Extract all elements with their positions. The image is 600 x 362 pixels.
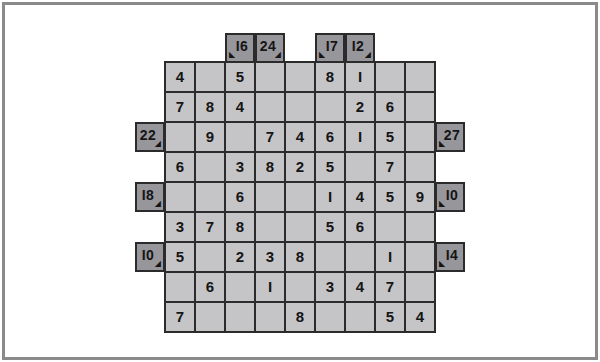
clue-value: 24: [260, 38, 277, 54]
clue-cell-right-14: I4◣: [435, 242, 465, 272]
grid-cell-r7c3: 2: [225, 242, 255, 272]
grid-cell-r1c3: 5: [225, 62, 255, 92]
grid-cell-r4c9[interactable]: [405, 152, 435, 182]
clue-cell-top-17: I7◣: [315, 33, 345, 63]
grid-cell-r9c8: 5: [375, 302, 405, 332]
grid-cell-r8c5[interactable]: [285, 272, 315, 302]
grid-cell-r7c9[interactable]: [405, 242, 435, 272]
grid-cell-r2c3: 4: [225, 92, 255, 122]
grid-cell-r4c2[interactable]: [195, 152, 225, 182]
clue-cell-right-10: I0◣: [435, 182, 465, 212]
grid-cell-r4c6: 5: [315, 152, 345, 182]
clue-cell-left-22: 22◢: [135, 122, 165, 152]
grid-cell-r7c4: 3: [255, 242, 285, 272]
clue-value: 22: [140, 127, 157, 143]
grid-cell-r7c1: 5: [165, 242, 195, 272]
grid-cell-r6c1: 3: [165, 212, 195, 242]
grid-cell-r4c7[interactable]: [345, 152, 375, 182]
clue-cell-left-18: I8◢: [135, 182, 165, 212]
grid-cell-r8c3[interactable]: [225, 272, 255, 302]
grid-cell-r2c4[interactable]: [255, 92, 285, 122]
clue-cell-top-24: 24◢: [255, 33, 285, 63]
grid-cell-r6c9[interactable]: [405, 212, 435, 242]
clue-cell-top-12: I2◢: [345, 33, 375, 63]
clue-cell-top-16: I6◣: [225, 33, 255, 63]
diagonal-down-left-icon: ◣: [439, 140, 445, 148]
grid-cell-r9c4[interactable]: [255, 302, 285, 332]
grid-cell-r2c7: 2: [345, 92, 375, 122]
diagonal-down-right-icon: ◢: [155, 140, 161, 148]
grid-cell-r1c9[interactable]: [405, 62, 435, 92]
diagonal-down-right-icon: ◢: [275, 51, 281, 59]
clue-value: I6: [236, 38, 249, 54]
grid-cell-r7c8: I: [375, 242, 405, 272]
diagonal-down-left-icon: ◣: [229, 51, 235, 59]
grid-cell-r6c3: 8: [225, 212, 255, 242]
grid-cell-r9c7[interactable]: [345, 302, 375, 332]
grid-cell-r5c4[interactable]: [255, 182, 285, 212]
grid-cell-r3c5: 4: [285, 122, 315, 152]
clue-cell-left-10: I0◢: [135, 242, 165, 272]
diagonal-down-right-icon: ◢: [155, 200, 161, 208]
grid-cell-r5c1[interactable]: [165, 182, 195, 212]
grid-cell-r2c8: 6: [375, 92, 405, 122]
grid-cell-r6c2: 7: [195, 212, 225, 242]
grid-cell-r9c3[interactable]: [225, 302, 255, 332]
grid-cell-r8c4: I: [255, 272, 285, 302]
diagonal-down-left-icon: ◣: [439, 260, 445, 268]
clue-value: I7: [326, 38, 339, 54]
grid-cell-r4c1: 6: [165, 152, 195, 182]
diagonal-down-right-icon: ◢: [155, 260, 161, 268]
grid-cell-r3c1[interactable]: [165, 122, 195, 152]
grid-cell-r8c1[interactable]: [165, 272, 195, 302]
grid-cell-r6c6: 5: [315, 212, 345, 242]
grid-cell-r2c1: 7: [165, 92, 195, 122]
grid-cell-r5c5[interactable]: [285, 182, 315, 212]
grid-cell-r7c5: 8: [285, 242, 315, 272]
grid-cell-r1c2[interactable]: [195, 62, 225, 92]
clue-value: I0: [446, 187, 459, 203]
grid-cell-r8c8: 7: [375, 272, 405, 302]
grid-cell-r4c8: 7: [375, 152, 405, 182]
grid-cell-r2c2: 8: [195, 92, 225, 122]
grid-cell-r3c2: 9: [195, 122, 225, 152]
grid-cell-r5c3: 6: [225, 182, 255, 212]
grid-cell-r1c5[interactable]: [285, 62, 315, 92]
grid-cell-r9c2[interactable]: [195, 302, 225, 332]
grid-cell-r8c7: 4: [345, 272, 375, 302]
grid-cell-r3c4: 7: [255, 122, 285, 152]
grid-cell-r6c7: 6: [345, 212, 375, 242]
grid-cell-r1c1: 4: [165, 62, 195, 92]
grid-cell-r5c2[interactable]: [195, 182, 225, 212]
clue-value: I0: [142, 247, 155, 263]
grid-cell-r3c3[interactable]: [225, 122, 255, 152]
clue-value: I4: [446, 247, 459, 263]
grid-cell-r1c7: I: [345, 62, 375, 92]
grid-cell-r2c6[interactable]: [315, 92, 345, 122]
grid-cell-r1c6: 8: [315, 62, 345, 92]
grid-cell-r5c7: 4: [345, 182, 375, 212]
clue-value: I2: [352, 38, 365, 54]
clue-cell-right-27: 27◣: [435, 122, 465, 152]
grid-cell-r4c4: 8: [255, 152, 285, 182]
grid-cell-r5c9: 9: [405, 182, 435, 212]
grid-cell-r8c6: 3: [315, 272, 345, 302]
grid-cell-r4c5: 2: [285, 152, 315, 182]
grid-cell-r9c9: 4: [405, 302, 435, 332]
grid-cell-r3c9[interactable]: [405, 122, 435, 152]
grid-cell-r7c2[interactable]: [195, 242, 225, 272]
grid-cell-r1c8[interactable]: [375, 62, 405, 92]
grid-cell-r6c4[interactable]: [255, 212, 285, 242]
grid-cell-r9c6[interactable]: [315, 302, 345, 332]
grid-cell-r3c8: 5: [375, 122, 405, 152]
grid-cell-r5c6: I: [315, 182, 345, 212]
grid-cell-r4c3: 3: [225, 152, 255, 182]
puzzle-grid: 458I784269746I56382576I459378565238I6I34…: [164, 61, 436, 333]
grid-cell-r2c9[interactable]: [405, 92, 435, 122]
diagonal-down-left-icon: ◣: [439, 200, 445, 208]
grid-cell-r5c8: 5: [375, 182, 405, 212]
clue-value: 27: [444, 127, 461, 143]
grid-cell-r6c8[interactable]: [375, 212, 405, 242]
grid-cell-r8c2: 6: [195, 272, 225, 302]
grid-cell-r6c5[interactable]: [285, 212, 315, 242]
grid-cell-r9c5: 8: [285, 302, 315, 332]
grid-cell-r8c9[interactable]: [405, 272, 435, 302]
diagonal-down-left-icon: ◣: [319, 51, 325, 59]
grid-cell-r2c5[interactable]: [285, 92, 315, 122]
grid-cell-r1c4[interactable]: [255, 62, 285, 92]
clue-value: I8: [142, 187, 155, 203]
grid-cell-r3c6: 6: [315, 122, 345, 152]
grid-cell-r7c6[interactable]: [315, 242, 345, 272]
grid-cell-r3c7: I: [345, 122, 375, 152]
grid-cell-r7c7[interactable]: [345, 242, 375, 272]
diagonal-down-right-icon: ◢: [365, 51, 371, 59]
grid-cell-r9c1: 7: [165, 302, 195, 332]
